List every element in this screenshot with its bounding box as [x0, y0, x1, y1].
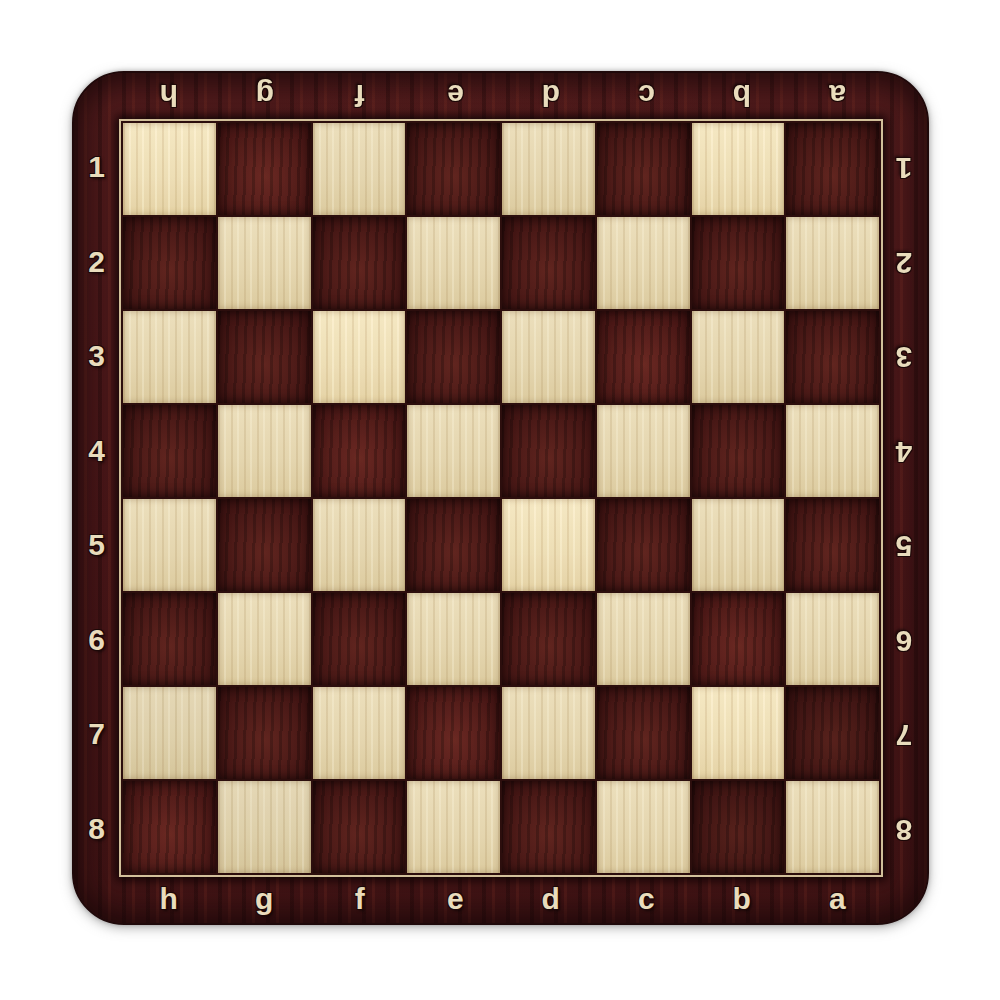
- square-g5[interactable]: [218, 499, 311, 591]
- chess-board: hgfedcba hgfedcba 12345678 12345678: [72, 71, 929, 925]
- file-label-bottom-d: d: [503, 875, 599, 923]
- square-h4[interactable]: [123, 405, 216, 497]
- square-a4[interactable]: [786, 405, 879, 497]
- square-f2[interactable]: [313, 217, 406, 309]
- square-d3[interactable]: [502, 311, 595, 403]
- rank-labels-right: 12345678: [881, 120, 927, 876]
- square-a6[interactable]: [786, 593, 879, 685]
- square-c3[interactable]: [597, 311, 690, 403]
- square-a8[interactable]: [786, 781, 879, 873]
- rank-label-left-7: 7: [74, 687, 119, 782]
- square-a2[interactable]: [786, 217, 879, 309]
- square-d4[interactable]: [502, 405, 595, 497]
- file-label-top-g: g: [217, 73, 313, 118]
- square-e7[interactable]: [407, 687, 500, 779]
- file-label-bottom-a: a: [790, 875, 886, 923]
- rank-label-right-8: 8: [881, 782, 927, 877]
- rank-label-right-4: 4: [881, 404, 927, 499]
- square-c8[interactable]: [597, 781, 690, 873]
- square-b3[interactable]: [692, 311, 785, 403]
- square-g8[interactable]: [218, 781, 311, 873]
- square-e2[interactable]: [407, 217, 500, 309]
- square-a3[interactable]: [786, 311, 879, 403]
- square-b6[interactable]: [692, 593, 785, 685]
- square-b5[interactable]: [692, 499, 785, 591]
- square-c1[interactable]: [597, 123, 690, 215]
- file-label-top-b: b: [694, 73, 790, 118]
- file-label-top-e: e: [408, 73, 504, 118]
- square-c2[interactable]: [597, 217, 690, 309]
- square-a1[interactable]: [786, 123, 879, 215]
- square-f4[interactable]: [313, 405, 406, 497]
- rank-label-left-8: 8: [74, 782, 119, 877]
- file-label-top-c: c: [599, 73, 695, 118]
- rank-label-left-1: 1: [74, 120, 119, 215]
- file-label-bottom-f: f: [312, 875, 408, 923]
- file-label-bottom-e: e: [408, 875, 504, 923]
- rank-label-left-6: 6: [74, 593, 119, 688]
- square-e1[interactable]: [407, 123, 500, 215]
- squares-grid: [123, 123, 879, 873]
- file-label-top-a: a: [790, 73, 886, 118]
- square-e6[interactable]: [407, 593, 500, 685]
- file-label-top-f: f: [312, 73, 408, 118]
- file-labels-bottom: hgfedcba: [121, 875, 885, 923]
- square-f1[interactable]: [313, 123, 406, 215]
- square-g7[interactable]: [218, 687, 311, 779]
- square-g3[interactable]: [218, 311, 311, 403]
- rank-label-left-2: 2: [74, 215, 119, 310]
- square-f5[interactable]: [313, 499, 406, 591]
- file-label-bottom-b: b: [694, 875, 790, 923]
- file-label-top-h: h: [121, 73, 217, 118]
- square-h8[interactable]: [123, 781, 216, 873]
- file-label-top-d: d: [503, 73, 599, 118]
- square-e3[interactable]: [407, 311, 500, 403]
- square-c7[interactable]: [597, 687, 690, 779]
- square-d2[interactable]: [502, 217, 595, 309]
- rank-label-right-5: 5: [881, 498, 927, 593]
- square-b8[interactable]: [692, 781, 785, 873]
- rank-labels-left: 12345678: [74, 120, 119, 876]
- square-d5[interactable]: [502, 499, 595, 591]
- square-h7[interactable]: [123, 687, 216, 779]
- square-e4[interactable]: [407, 405, 500, 497]
- file-labels-top: hgfedcba: [121, 73, 885, 118]
- square-h2[interactable]: [123, 217, 216, 309]
- square-f3[interactable]: [313, 311, 406, 403]
- square-a7[interactable]: [786, 687, 879, 779]
- square-g1[interactable]: [218, 123, 311, 215]
- square-c6[interactable]: [597, 593, 690, 685]
- square-b4[interactable]: [692, 405, 785, 497]
- square-d1[interactable]: [502, 123, 595, 215]
- square-b1[interactable]: [692, 123, 785, 215]
- square-h5[interactable]: [123, 499, 216, 591]
- file-label-bottom-g: g: [217, 875, 313, 923]
- square-f7[interactable]: [313, 687, 406, 779]
- rank-label-right-7: 7: [881, 687, 927, 782]
- square-a5[interactable]: [786, 499, 879, 591]
- square-h1[interactable]: [123, 123, 216, 215]
- square-f8[interactable]: [313, 781, 406, 873]
- square-b7[interactable]: [692, 687, 785, 779]
- square-d7[interactable]: [502, 687, 595, 779]
- square-g6[interactable]: [218, 593, 311, 685]
- file-label-bottom-c: c: [599, 875, 695, 923]
- square-g4[interactable]: [218, 405, 311, 497]
- square-d6[interactable]: [502, 593, 595, 685]
- rank-label-right-2: 2: [881, 215, 927, 310]
- square-f6[interactable]: [313, 593, 406, 685]
- rank-label-right-1: 1: [881, 120, 927, 215]
- square-e8[interactable]: [407, 781, 500, 873]
- file-label-bottom-h: h: [121, 875, 217, 923]
- square-e5[interactable]: [407, 499, 500, 591]
- rank-label-left-5: 5: [74, 498, 119, 593]
- rank-label-left-3: 3: [74, 309, 119, 404]
- square-c5[interactable]: [597, 499, 690, 591]
- square-g2[interactable]: [218, 217, 311, 309]
- square-b2[interactable]: [692, 217, 785, 309]
- rank-label-right-3: 3: [881, 309, 927, 404]
- playing-field: [119, 119, 883, 877]
- square-c4[interactable]: [597, 405, 690, 497]
- square-h3[interactable]: [123, 311, 216, 403]
- rank-label-right-6: 6: [881, 593, 927, 688]
- square-d8[interactable]: [502, 781, 595, 873]
- square-h6[interactable]: [123, 593, 216, 685]
- rank-label-left-4: 4: [74, 404, 119, 499]
